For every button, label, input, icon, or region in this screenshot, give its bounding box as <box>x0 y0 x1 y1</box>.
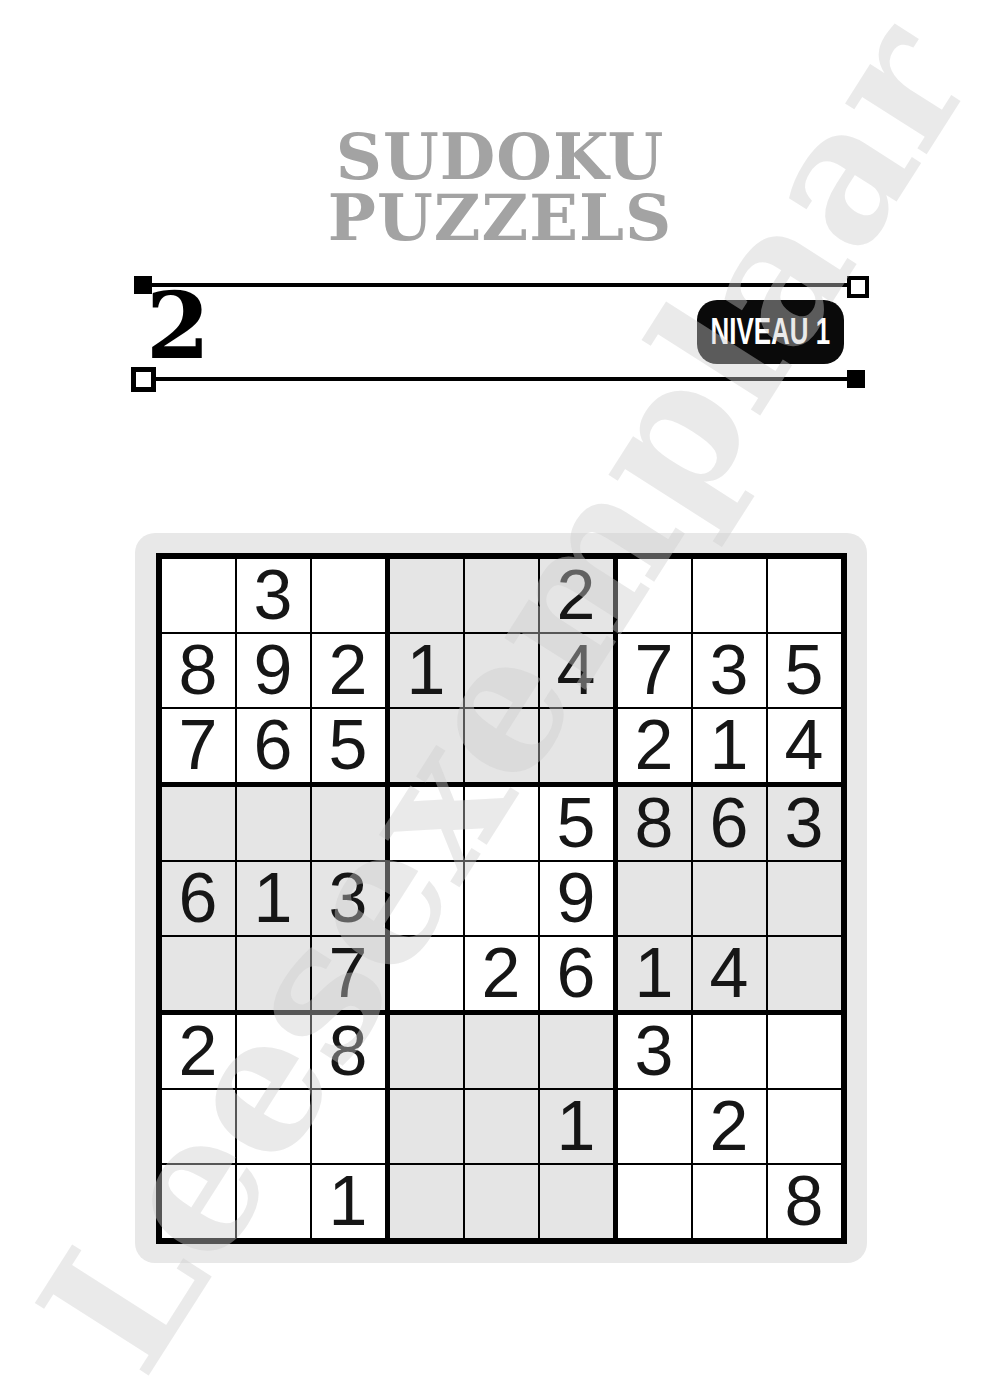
sudoku-cell-r7c6 <box>540 1015 618 1090</box>
sudoku-cell-r7c8 <box>693 1015 768 1090</box>
sudoku-cell-r9c9: 8 <box>768 1165 841 1238</box>
sudoku-cell-r3c2: 6 <box>237 709 312 787</box>
sudoku-cell-r5c9 <box>768 862 841 937</box>
sudoku-cell-r9c2 <box>237 1165 312 1238</box>
sudoku-cell-r6c6: 6 <box>540 937 618 1015</box>
sudoku-cell-r5c8 <box>693 862 768 937</box>
sudoku-cell-r2c9: 5 <box>768 634 841 709</box>
sudoku-cell-r7c1: 2 <box>162 1015 237 1090</box>
sudoku-cell-r7c3: 8 <box>312 1015 390 1090</box>
sudoku-cell-r7c2 <box>237 1015 312 1090</box>
sudoku-cell-r8c9 <box>768 1090 841 1165</box>
sudoku-cell-r6c8: 4 <box>693 937 768 1015</box>
sudoku-cell-r5c1: 6 <box>162 862 237 937</box>
sudoku-cell-r3c9: 4 <box>768 709 841 787</box>
sudoku-cell-r2c6: 4 <box>540 634 618 709</box>
sudoku-cell-r4c3 <box>312 787 390 862</box>
sudoku-cell-r8c3 <box>312 1090 390 1165</box>
sudoku-cell-r8c8: 2 <box>693 1090 768 1165</box>
sudoku-cell-r1c1 <box>162 559 237 634</box>
sudoku-cell-r9c5 <box>465 1165 540 1238</box>
sudoku-cell-r2c8: 3 <box>693 634 768 709</box>
sudoku-cell-r9c1 <box>162 1165 237 1238</box>
sudoku-cell-r6c4 <box>390 937 465 1015</box>
sudoku-cell-r7c9 <box>768 1015 841 1090</box>
sudoku-cell-r3c3: 5 <box>312 709 390 787</box>
sudoku-cell-r1c7 <box>618 559 693 634</box>
puzzle-number: 2 <box>146 290 210 362</box>
sudoku-cell-r3c5 <box>465 709 540 787</box>
sudoku-cell-r3c1: 7 <box>162 709 237 787</box>
sudoku-cell-r6c1 <box>162 937 237 1015</box>
sudoku-board: 328921473576521458636139726142831218 <box>156 553 847 1244</box>
sudoku-cell-r9c4 <box>390 1165 465 1238</box>
sudoku-cell-r4c1 <box>162 787 237 862</box>
sudoku-cell-r1c3 <box>312 559 390 634</box>
bottom-rule-line <box>145 377 853 381</box>
sudoku-cell-r6c9 <box>768 937 841 1015</box>
puzzle-page: SUDOKU PUZZELS 2 NIVEAU 1 32892147357652… <box>0 0 1000 1400</box>
sudoku-cell-r5c7 <box>618 862 693 937</box>
sudoku-cell-r5c5 <box>465 862 540 937</box>
sudoku-cell-r7c7: 3 <box>618 1015 693 1090</box>
top-rule-line <box>142 283 854 287</box>
sudoku-cell-r7c5 <box>465 1015 540 1090</box>
sudoku-cell-r8c7 <box>618 1090 693 1165</box>
sudoku-cell-r6c3: 7 <box>312 937 390 1015</box>
sudoku-cell-r9c7 <box>618 1165 693 1238</box>
sudoku-cell-r2c4: 1 <box>390 634 465 709</box>
sudoku-cell-r8c2 <box>237 1090 312 1165</box>
title-line1: SUDOKU <box>0 126 1000 187</box>
sudoku-cell-r8c5 <box>465 1090 540 1165</box>
sudoku-cell-r3c8: 1 <box>693 709 768 787</box>
sudoku-cell-r2c2: 9 <box>237 634 312 709</box>
sudoku-cell-r5c6: 9 <box>540 862 618 937</box>
sudoku-cell-r6c7: 1 <box>618 937 693 1015</box>
sudoku-cell-r9c8 <box>693 1165 768 1238</box>
sudoku-cell-r4c7: 8 <box>618 787 693 862</box>
sudoku-cell-r5c3: 3 <box>312 862 390 937</box>
book-title: SUDOKU PUZZELS <box>0 126 1000 248</box>
sudoku-cell-r6c5: 2 <box>465 937 540 1015</box>
sudoku-cell-r2c5 <box>465 634 540 709</box>
sudoku-cell-r1c5 <box>465 559 540 634</box>
sudoku-cell-r9c6 <box>540 1165 618 1238</box>
sudoku-cell-r8c4 <box>390 1090 465 1165</box>
sudoku-cell-r1c2: 3 <box>237 559 312 634</box>
board-card: 328921473576521458636139726142831218 <box>135 533 867 1263</box>
sudoku-cell-r1c4 <box>390 559 465 634</box>
sudoku-cell-r3c6 <box>540 709 618 787</box>
sudoku-cell-r4c6: 5 <box>540 787 618 862</box>
sudoku-cell-r2c7: 7 <box>618 634 693 709</box>
sudoku-cell-r4c2 <box>237 787 312 862</box>
rule-square-filled-bottom-right <box>847 370 865 388</box>
sudoku-cell-r2c1: 8 <box>162 634 237 709</box>
sudoku-cell-r3c7: 2 <box>618 709 693 787</box>
sudoku-cell-r1c6: 2 <box>540 559 618 634</box>
sudoku-cell-r1c9 <box>768 559 841 634</box>
title-line2: PUZZELS <box>0 187 1000 248</box>
sudoku-cell-r9c3: 1 <box>312 1165 390 1238</box>
sudoku-cell-r7c4 <box>390 1015 465 1090</box>
sudoku-cell-r4c9: 3 <box>768 787 841 862</box>
level-badge-label: NIVEAU 1 <box>711 311 830 353</box>
rule-square-open-top-right <box>847 276 869 298</box>
sudoku-cell-r8c1 <box>162 1090 237 1165</box>
sudoku-cell-r1c8 <box>693 559 768 634</box>
sudoku-cell-r2c3: 2 <box>312 634 390 709</box>
sudoku-cell-r4c5 <box>465 787 540 862</box>
sudoku-cell-r8c6: 1 <box>540 1090 618 1165</box>
level-badge: NIVEAU 1 <box>697 300 844 364</box>
sudoku-cell-r5c4 <box>390 862 465 937</box>
sudoku-cell-r3c4 <box>390 709 465 787</box>
sudoku-cell-r4c4 <box>390 787 465 862</box>
sudoku-cell-r5c2: 1 <box>237 862 312 937</box>
sudoku-cell-r6c2 <box>237 937 312 1015</box>
sudoku-cell-r4c8: 6 <box>693 787 768 862</box>
